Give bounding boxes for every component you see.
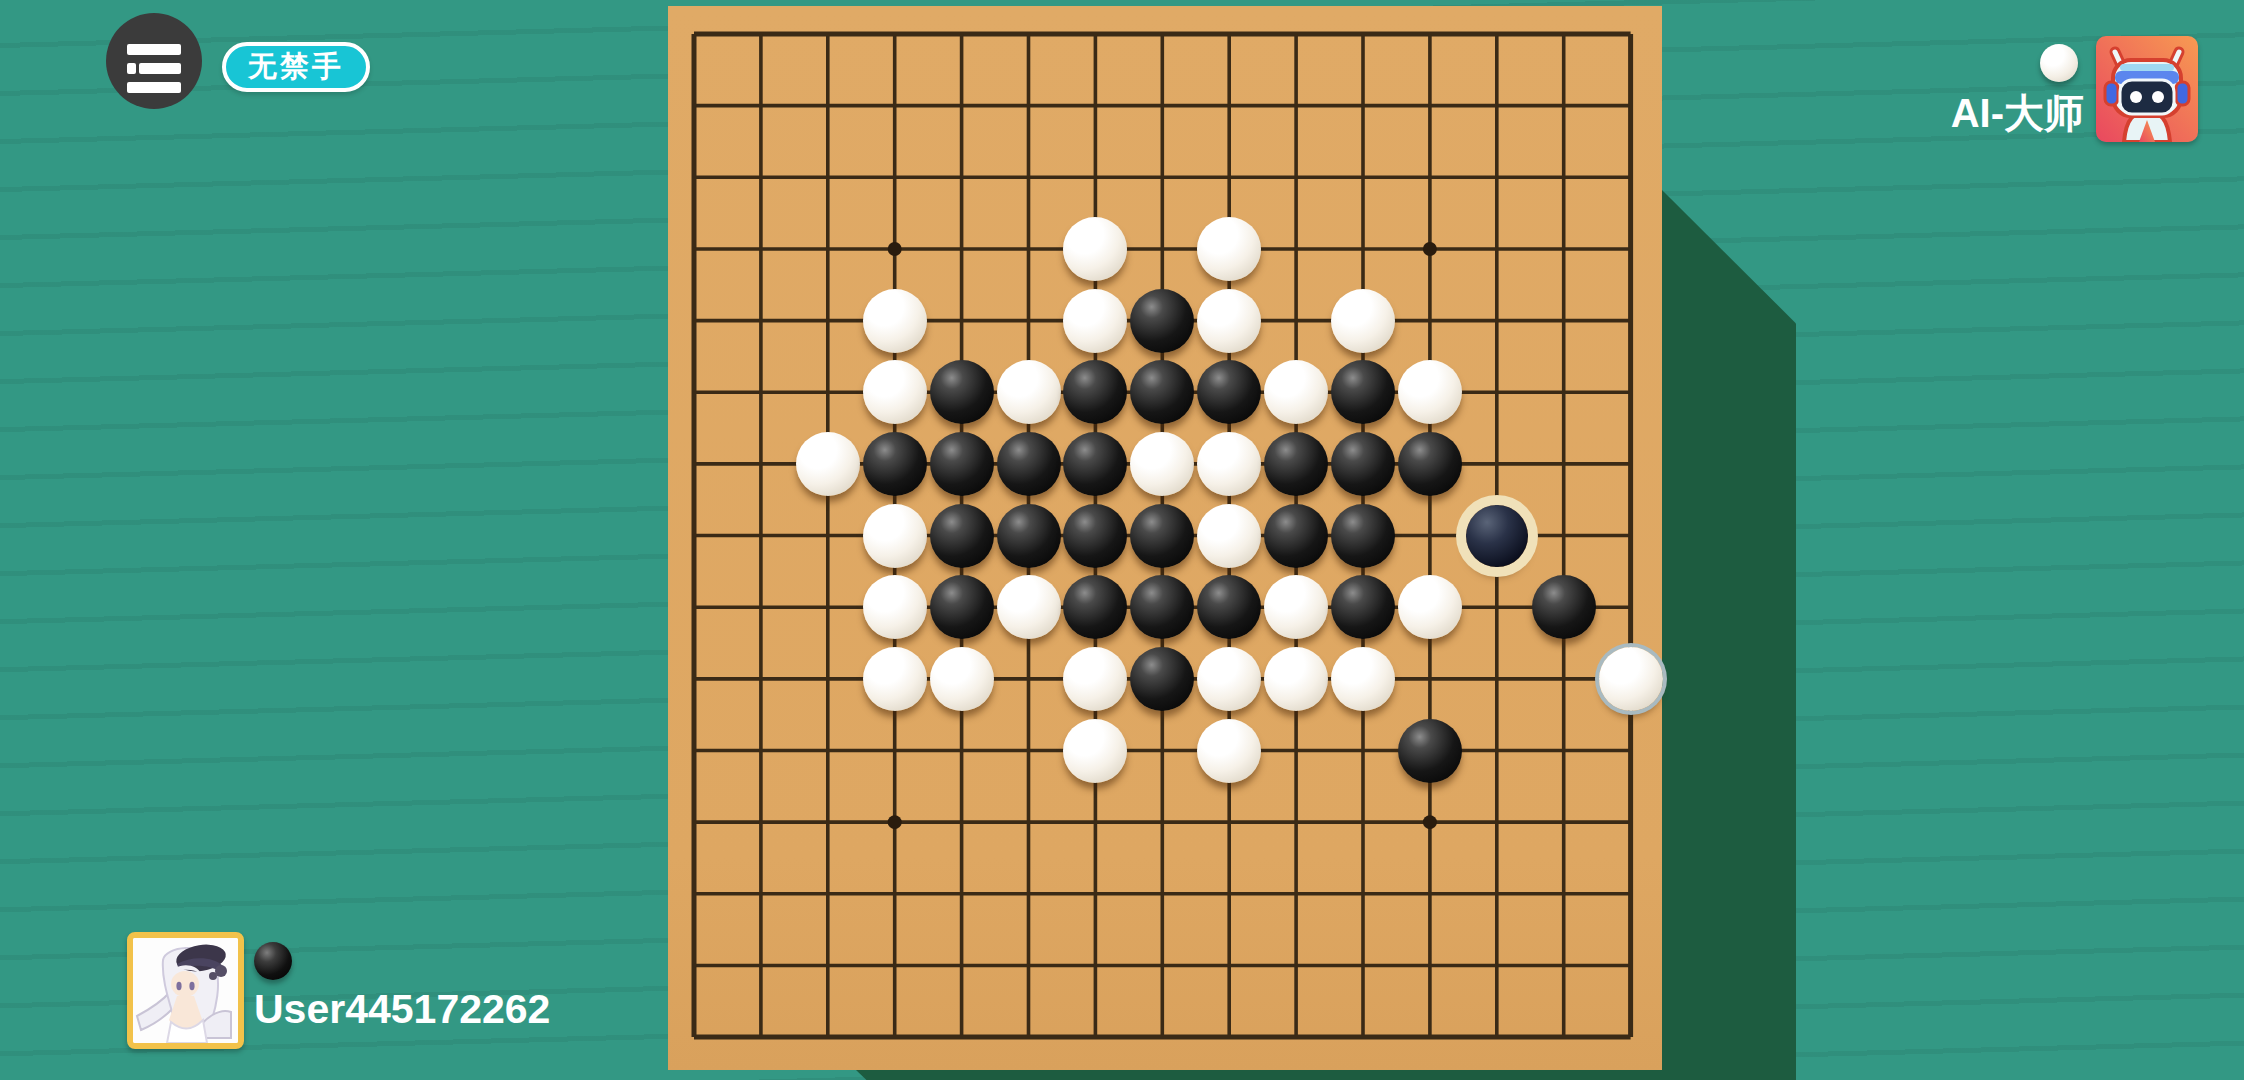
black-stone xyxy=(997,432,1061,496)
white-stone xyxy=(1398,360,1462,424)
player-name: User445172262 xyxy=(254,986,550,1033)
gomoku-board[interactable] xyxy=(668,6,1662,1070)
black-stone xyxy=(930,504,994,568)
black-stone xyxy=(930,360,994,424)
board-shadow xyxy=(1662,190,1796,1080)
black-stone xyxy=(1264,504,1328,568)
white-stone xyxy=(997,360,1061,424)
white-stone xyxy=(1197,504,1261,568)
board-shadow xyxy=(856,1070,1662,1080)
opponent-name: AI-大师 xyxy=(1840,86,2084,141)
player-stone-color-icon xyxy=(254,942,292,980)
white-stone xyxy=(1063,289,1127,353)
black-stone xyxy=(1063,504,1127,568)
game-screen: { "app": { "rule_badge": "无禁手", "menu_ic… xyxy=(0,0,2244,1080)
white-stone xyxy=(1398,575,1462,639)
player-avatar[interactable] xyxy=(127,932,244,1049)
black-stone xyxy=(1331,504,1395,568)
star-point xyxy=(1423,242,1437,256)
rule-badge: 无禁手 xyxy=(222,42,370,92)
black-stone xyxy=(1398,432,1462,496)
white-stone xyxy=(930,647,994,711)
black-stone xyxy=(930,432,994,496)
white-stone xyxy=(1331,647,1395,711)
white-stone xyxy=(1063,217,1127,281)
white-stone xyxy=(1264,360,1328,424)
white-stone xyxy=(863,289,927,353)
white-stone xyxy=(1130,432,1194,496)
anime-girl-icon xyxy=(133,1029,238,1046)
black-stone xyxy=(1063,432,1127,496)
black-stone xyxy=(1331,360,1395,424)
white-stone xyxy=(1197,289,1261,353)
white-stone xyxy=(1197,432,1261,496)
white-stone xyxy=(1063,719,1127,783)
black-stone-last-move xyxy=(1466,505,1528,567)
white-stone-marked xyxy=(1599,647,1663,711)
white-stone xyxy=(863,647,927,711)
black-stone xyxy=(1331,575,1395,639)
black-stone xyxy=(1197,575,1261,639)
star-point xyxy=(1423,815,1437,829)
white-stone xyxy=(1197,719,1261,783)
white-stone xyxy=(863,504,927,568)
robot-icon xyxy=(2096,128,2198,142)
star-point xyxy=(888,242,902,256)
white-stone xyxy=(863,575,927,639)
white-stone xyxy=(1197,647,1261,711)
menu-button[interactable] xyxy=(106,13,202,109)
white-stone xyxy=(863,360,927,424)
black-stone xyxy=(1264,432,1328,496)
white-stone xyxy=(796,432,860,496)
rule-badge-label: 无禁手 xyxy=(248,47,344,87)
black-stone xyxy=(863,432,927,496)
black-stone xyxy=(1130,289,1194,353)
opponent-avatar[interactable] xyxy=(2096,36,2198,142)
black-stone xyxy=(1197,360,1261,424)
star-point xyxy=(888,815,902,829)
black-stone xyxy=(997,504,1061,568)
white-stone xyxy=(1197,217,1261,281)
black-stone xyxy=(930,575,994,639)
white-stone xyxy=(997,575,1061,639)
white-stone xyxy=(1063,647,1127,711)
opponent-stone-color-icon xyxy=(2040,44,2078,82)
white-stone xyxy=(1264,575,1328,639)
black-stone xyxy=(1532,575,1596,639)
white-stone xyxy=(1331,289,1395,353)
black-stone xyxy=(1331,432,1395,496)
black-stone xyxy=(1398,719,1462,783)
black-stone xyxy=(1130,504,1194,568)
white-stone xyxy=(1264,647,1328,711)
black-stone xyxy=(1130,647,1194,711)
